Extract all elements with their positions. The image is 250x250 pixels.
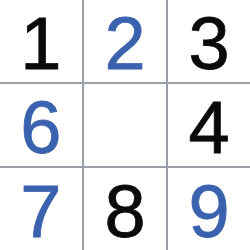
cell-digit: 1 xyxy=(20,7,61,81)
sudoku-cell-r2c2[interactable] xyxy=(84,84,166,166)
sudoku-cell-r2c1[interactable]: 6 xyxy=(0,84,82,166)
cell-digit: 8 xyxy=(104,175,145,249)
cell-digit: 2 xyxy=(104,7,145,81)
sudoku-cell-r1c3[interactable]: 3 xyxy=(168,0,250,82)
sudoku-cell-r2c3[interactable]: 4 xyxy=(168,84,250,166)
cell-digit: 3 xyxy=(189,7,230,81)
sudoku-screen: 1 2 3 6 4 7 8 9 xyxy=(0,0,250,250)
sudoku-cell-r1c1[interactable]: 1 xyxy=(0,0,82,82)
cell-digit: 4 xyxy=(189,91,230,165)
cell-digit: 9 xyxy=(189,175,230,249)
cell-digit: 6 xyxy=(20,91,61,165)
sudoku-board: 1 2 3 6 4 7 8 9 xyxy=(0,0,250,250)
sudoku-cell-r3c1[interactable]: 7 xyxy=(0,168,82,250)
sudoku-cell-r1c2[interactable]: 2 xyxy=(84,0,166,82)
cell-digit: 7 xyxy=(20,175,61,249)
sudoku-cell-r3c3[interactable]: 9 xyxy=(168,168,250,250)
sudoku-cell-r3c2[interactable]: 8 xyxy=(84,168,166,250)
